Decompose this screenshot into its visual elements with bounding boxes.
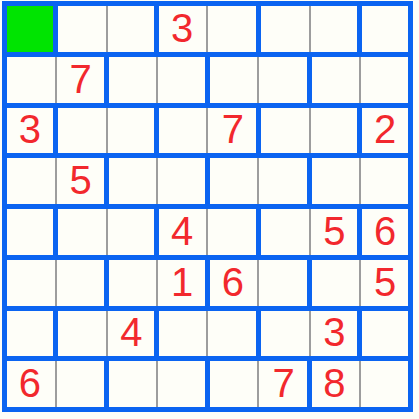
cell-r3c1[interactable]: 3 <box>7 108 53 154</box>
cell-r2c6[interactable] <box>261 57 307 103</box>
cell-r1c3[interactable] <box>109 6 155 52</box>
cell-r1c8[interactable] <box>362 6 408 52</box>
cell-r8c2[interactable] <box>58 361 104 407</box>
cell-r4c2[interactable]: 5 <box>58 158 104 204</box>
cell-r7c2[interactable] <box>58 311 104 357</box>
cell-r5c1[interactable] <box>7 209 53 255</box>
cell-r8c5[interactable] <box>210 361 256 407</box>
cell-r8c1[interactable]: 6 <box>7 361 53 407</box>
cell-r8c3[interactable] <box>109 361 155 407</box>
cell-r7c7[interactable]: 3 <box>312 311 358 357</box>
cell-r8c4[interactable] <box>159 361 205 407</box>
cell-r8c8[interactable] <box>362 361 408 407</box>
puzzle-board: 37372545616543678 <box>2 1 413 412</box>
cell-r4c4[interactable] <box>159 158 205 204</box>
puzzle-screen: 37372545616543678 <box>0 0 419 419</box>
cell-r2c7[interactable] <box>312 57 358 103</box>
cell-r1c1[interactable] <box>7 6 53 52</box>
cell-r5c7[interactable]: 5 <box>312 209 358 255</box>
cell-r6c4[interactable]: 1 <box>159 260 205 306</box>
cell-r3c6[interactable] <box>261 108 307 154</box>
cell-r4c5[interactable] <box>210 158 256 204</box>
cell-r2c5[interactable] <box>210 57 256 103</box>
cell-r2c2[interactable]: 7 <box>58 57 104 103</box>
cell-r5c2[interactable] <box>58 209 104 255</box>
cell-r7c1[interactable] <box>7 311 53 357</box>
cell-r2c1[interactable] <box>7 57 53 103</box>
cell-r3c4[interactable] <box>159 108 205 154</box>
cell-r3c2[interactable] <box>58 108 104 154</box>
cell-r3c7[interactable] <box>312 108 358 154</box>
cell-r7c3[interactable]: 4 <box>109 311 155 357</box>
cell-r1c2[interactable] <box>58 6 104 52</box>
cell-r4c7[interactable] <box>312 158 358 204</box>
cell-r6c3[interactable] <box>109 260 155 306</box>
cell-r1c6[interactable] <box>261 6 307 52</box>
cell-r6c6[interactable] <box>261 260 307 306</box>
cell-r5c6[interactable] <box>261 209 307 255</box>
cell-r2c8[interactable] <box>362 57 408 103</box>
cell-r6c5[interactable]: 6 <box>210 260 256 306</box>
cell-r7c5[interactable] <box>210 311 256 357</box>
cell-r1c4[interactable]: 3 <box>159 6 205 52</box>
cell-r7c8[interactable] <box>362 311 408 357</box>
cell-r8c6[interactable]: 7 <box>261 361 307 407</box>
cell-r3c8[interactable]: 2 <box>362 108 408 154</box>
cell-r4c3[interactable] <box>109 158 155 204</box>
cell-r1c5[interactable] <box>210 6 256 52</box>
cell-r3c3[interactable] <box>109 108 155 154</box>
cell-r4c8[interactable] <box>362 158 408 204</box>
cell-r2c3[interactable] <box>109 57 155 103</box>
cell-r7c6[interactable] <box>261 311 307 357</box>
cell-r4c6[interactable] <box>261 158 307 204</box>
cell-r1c7[interactable] <box>312 6 358 52</box>
cell-r6c1[interactable] <box>7 260 53 306</box>
cell-r8c7[interactable]: 8 <box>312 361 358 407</box>
cell-r5c8[interactable]: 6 <box>362 209 408 255</box>
cell-r4c1[interactable] <box>7 158 53 204</box>
cell-r7c4[interactable] <box>159 311 205 357</box>
cell-r2c4[interactable] <box>159 57 205 103</box>
cell-r5c4[interactable]: 4 <box>159 209 205 255</box>
cell-r5c3[interactable] <box>109 209 155 255</box>
cell-r6c8[interactable]: 5 <box>362 260 408 306</box>
cell-r3c5[interactable]: 7 <box>210 108 256 154</box>
cell-r6c2[interactable] <box>58 260 104 306</box>
cell-r5c5[interactable] <box>210 209 256 255</box>
cell-r6c7[interactable] <box>312 260 358 306</box>
